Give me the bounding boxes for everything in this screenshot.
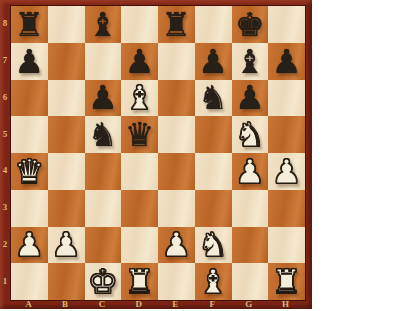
file-label-a: A [10,299,47,309]
square-f8[interactable] [195,6,232,43]
black-knight-c5[interactable]: ♞ [88,118,118,151]
square-a8[interactable]: ♜ [11,6,48,43]
square-d8[interactable] [121,6,158,43]
square-g7[interactable]: ♝ [232,43,269,80]
rank-label-5: 5 [0,115,10,152]
square-h7[interactable]: ♟ [268,43,305,80]
square-a2[interactable]: ♟ [11,227,48,264]
square-h1[interactable]: ♜ [268,263,305,300]
black-king-g8[interactable]: ♚ [235,8,265,41]
file-label-e: E [157,299,194,309]
square-a6[interactable] [11,80,48,117]
square-g6[interactable]: ♟ [232,80,269,117]
rank-label-6: 6 [0,79,10,116]
square-g2[interactable] [232,227,269,264]
square-f3[interactable] [195,190,232,227]
white-bishop-f1[interactable]: ♝ [198,265,228,298]
black-pawn-c6[interactable]: ♟ [88,81,118,114]
square-g3[interactable] [232,190,269,227]
square-b7[interactable] [48,43,85,80]
square-h2[interactable] [268,227,305,264]
rank-label-8: 8 [0,5,10,42]
white-queen-a4[interactable]: ♛ [15,155,45,188]
black-pawn-d7[interactable]: ♟ [125,45,155,78]
square-c8[interactable]: ♝ [85,6,122,43]
square-e3[interactable] [158,190,195,227]
square-b6[interactable] [48,80,85,117]
white-pawn-e2[interactable]: ♟ [162,228,192,261]
black-rook-e8[interactable]: ♜ [162,8,192,41]
square-h4[interactable]: ♟ [268,153,305,190]
square-a7[interactable]: ♟ [11,43,48,80]
square-c5[interactable]: ♞ [85,116,122,153]
square-h8[interactable] [268,6,305,43]
black-rook-a8[interactable]: ♜ [15,8,45,41]
black-knight-f6[interactable]: ♞ [198,81,228,114]
square-b8[interactable] [48,6,85,43]
square-a4[interactable]: ♛ [11,153,48,190]
square-d2[interactable] [121,227,158,264]
square-d3[interactable] [121,190,158,227]
square-c2[interactable] [85,227,122,264]
square-a3[interactable] [11,190,48,227]
white-pawn-a2[interactable]: ♟ [15,228,45,261]
black-pawn-g6[interactable]: ♟ [235,81,265,114]
square-d7[interactable]: ♟ [121,43,158,80]
white-rook-d1[interactable]: ♜ [125,265,155,298]
rank-label-7: 7 [0,42,10,79]
white-knight-g5[interactable]: ♞ [235,118,265,151]
square-d1[interactable]: ♜ [121,263,158,300]
square-c1[interactable]: ♚ [85,263,122,300]
square-b4[interactable] [48,153,85,190]
square-f2[interactable]: ♞ [195,227,232,264]
square-e6[interactable] [158,80,195,117]
square-e4[interactable] [158,153,195,190]
square-a5[interactable] [11,116,48,153]
file-label-g: G [231,299,268,309]
square-e8[interactable]: ♜ [158,6,195,43]
page-background: ♜♝♜♚♟♟♟♝♟♟♝♞♟♞♛♞♛♟♟♟♟♟♞♚♜♝♜ 87654321ABCD… [0,0,414,311]
rank-label-4: 4 [0,152,10,189]
square-e5[interactable] [158,116,195,153]
square-a1[interactable] [11,263,48,300]
square-f1[interactable]: ♝ [195,263,232,300]
square-f5[interactable] [195,116,232,153]
square-f4[interactable] [195,153,232,190]
file-label-d: D [120,299,157,309]
white-pawn-b2[interactable]: ♟ [51,228,81,261]
square-e7[interactable] [158,43,195,80]
square-h6[interactable] [268,80,305,117]
square-f7[interactable]: ♟ [195,43,232,80]
file-label-c: C [84,299,121,309]
square-g8[interactable]: ♚ [232,6,269,43]
square-g4[interactable]: ♟ [232,153,269,190]
black-queen-d5[interactable]: ♛ [125,118,155,151]
black-bishop-g7[interactable]: ♝ [235,45,265,78]
rank-label-2: 2 [0,226,10,263]
black-pawn-a7[interactable]: ♟ [15,45,45,78]
square-g5[interactable]: ♞ [232,116,269,153]
chess-diagram-frame: ♜♝♜♚♟♟♟♝♟♟♝♞♟♞♛♞♛♟♟♟♟♟♞♚♜♝♜ 87654321ABCD… [0,0,312,309]
square-c7[interactable] [85,43,122,80]
square-g1[interactable] [232,263,269,300]
square-h5[interactable] [268,116,305,153]
file-label-h: H [267,299,304,309]
rank-label-1: 1 [0,262,10,299]
square-f6[interactable]: ♞ [195,80,232,117]
square-b1[interactable] [48,263,85,300]
square-c6[interactable]: ♟ [85,80,122,117]
rank-label-3: 3 [0,189,10,226]
white-rook-h1[interactable]: ♜ [272,265,302,298]
black-pawn-h7[interactable]: ♟ [272,45,302,78]
square-d6[interactable]: ♝ [121,80,158,117]
file-label-b: B [47,299,84,309]
white-pawn-g4[interactable]: ♟ [235,155,265,188]
file-label-f: F [194,299,231,309]
chess-board: ♜♝♜♚♟♟♟♝♟♟♝♞♟♞♛♞♛♟♟♟♟♟♞♚♜♝♜ [10,5,306,301]
black-bishop-c8[interactable]: ♝ [88,8,118,41]
square-e2[interactable]: ♟ [158,227,195,264]
white-bishop-d6[interactable]: ♝ [125,81,155,114]
square-b5[interactable] [48,116,85,153]
square-d4[interactable] [121,153,158,190]
square-c4[interactable] [85,153,122,190]
square-d5[interactable]: ♛ [121,116,158,153]
square-c3[interactable] [85,190,122,227]
square-e1[interactable] [158,263,195,300]
white-knight-f2[interactable]: ♞ [198,228,228,261]
square-b2[interactable]: ♟ [48,227,85,264]
white-pawn-h4[interactable]: ♟ [272,155,302,188]
square-h3[interactable] [268,190,305,227]
white-king-c1[interactable]: ♚ [88,265,118,298]
black-pawn-f7[interactable]: ♟ [198,45,228,78]
square-b3[interactable] [48,190,85,227]
